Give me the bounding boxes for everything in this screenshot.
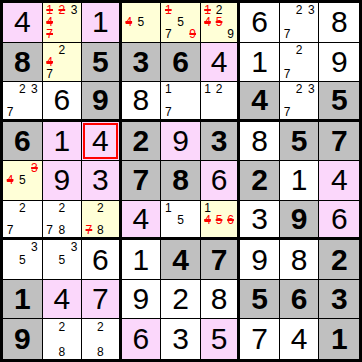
candidate-mark: 2 bbox=[95, 202, 107, 214]
cell-r3c3[interactable]: 9 bbox=[82, 82, 122, 122]
candidate-mark: 7 bbox=[281, 28, 293, 40]
cell-r9c8[interactable]: 4 bbox=[280, 319, 320, 359]
entered-digit: 8 bbox=[133, 85, 150, 115]
candidate-mark: 2 bbox=[56, 320, 68, 333]
candidate-mark: 1 bbox=[162, 83, 174, 95]
candidate-mark: 5 bbox=[16, 174, 28, 186]
entered-digit: 8 bbox=[251, 126, 268, 156]
given-digit: 3 bbox=[133, 47, 150, 77]
candidate-grid: 1456 bbox=[202, 202, 237, 237]
cell-r8c8[interactable]: 6 bbox=[280, 280, 320, 320]
entered-digit: 9 bbox=[133, 284, 150, 314]
candidate-mark: 2 bbox=[56, 202, 68, 214]
entered-digit: 4 bbox=[53, 284, 70, 314]
entered-digit: 1 bbox=[251, 47, 268, 77]
candidate-mark: 5 bbox=[174, 16, 186, 28]
candidate-mark: 2 bbox=[95, 320, 107, 333]
candidate-grid: 12459 bbox=[202, 4, 237, 41]
candidate-mark: 7 bbox=[162, 106, 174, 118]
entered-digit: 4 bbox=[133, 204, 150, 234]
given-digit: 2 bbox=[251, 165, 268, 195]
candidate-mark: 2 bbox=[56, 4, 68, 16]
cell-r4c6[interactable]: 3 bbox=[201, 122, 241, 162]
candidate-grid: 237 bbox=[4, 83, 41, 118]
candidate-grid: 247 bbox=[44, 44, 81, 81]
cell-r1c5[interactable]: 1579 bbox=[161, 3, 201, 43]
cell-r9c1[interactable]: 9 bbox=[3, 319, 43, 359]
cell-r3c6[interactable]: 12 bbox=[201, 82, 241, 122]
candidate-grid: 28 bbox=[83, 320, 118, 358]
given-digit: 2 bbox=[133, 126, 150, 156]
candidate-mark: 7 bbox=[4, 224, 16, 236]
cell-r7c8[interactable]: 8 bbox=[280, 240, 320, 280]
candidate-mark: 3 bbox=[68, 4, 80, 16]
cell-r2c5[interactable]: 6 bbox=[161, 43, 201, 83]
candidate-mark: 1 bbox=[202, 202, 214, 214]
cell-r3c9[interactable]: 5 bbox=[319, 82, 359, 122]
cell-r7c7[interactable]: 9 bbox=[240, 240, 280, 280]
given-digit: 2 bbox=[331, 245, 348, 275]
cell-r8c6[interactable]: 8 bbox=[201, 280, 241, 320]
candidate-mark: 8 bbox=[95, 224, 107, 236]
cell-r9c5[interactable]: 3 bbox=[161, 319, 201, 359]
cell-r7c2[interactable]: 35 bbox=[43, 240, 83, 280]
given-digit: 9 bbox=[291, 204, 308, 234]
entered-digit: 1 bbox=[133, 245, 150, 275]
candidate-mark: 1 bbox=[202, 83, 214, 95]
entered-digit: 4 bbox=[211, 47, 228, 77]
candidate-mark: 7 bbox=[44, 28, 56, 40]
candidate-mark: 7 bbox=[44, 68, 56, 80]
candidate-grid: 278 bbox=[83, 202, 118, 237]
candidate-mark: 4 bbox=[202, 16, 214, 28]
given-digit: 6 bbox=[172, 47, 189, 77]
cell-r1c4[interactable]: 45 bbox=[122, 3, 162, 43]
candidate-mark: 3 bbox=[28, 241, 40, 253]
cell-r5c2[interactable]: 9 bbox=[43, 161, 83, 201]
candidate-mark: 7 bbox=[83, 224, 95, 236]
candidate-mark: 5 bbox=[213, 16, 225, 28]
candidate-mark: 3 bbox=[68, 241, 80, 253]
given-digit: 6 bbox=[14, 126, 31, 156]
candidate-mark: 3 bbox=[28, 162, 40, 174]
entered-digit: 3 bbox=[92, 165, 109, 195]
cell-r4c1[interactable]: 6 bbox=[3, 122, 43, 162]
cell-r3c4[interactable]: 8 bbox=[122, 82, 162, 122]
given-digit: 3 bbox=[211, 126, 228, 156]
candidate-mark: 8 bbox=[56, 224, 68, 236]
candidate-grid: 278 bbox=[44, 202, 81, 237]
candidate-mark: 5 bbox=[135, 16, 147, 28]
cell-r1c3[interactable]: 1 bbox=[82, 3, 122, 43]
cell-r9c9[interactable]: 1 bbox=[319, 319, 359, 359]
cell-r2c4[interactable]: 3 bbox=[122, 43, 162, 83]
entered-digit: 7 bbox=[92, 284, 109, 314]
candidate-mark: 4 bbox=[123, 16, 135, 28]
entered-digit: 3 bbox=[172, 324, 189, 354]
entered-digit: 1 bbox=[92, 7, 109, 37]
cell-r4c3[interactable]: 4 bbox=[82, 122, 122, 162]
cell-r6c2[interactable]: 278 bbox=[43, 201, 83, 241]
cell-r5c7[interactable]: 2 bbox=[240, 161, 280, 201]
cell-r5c3[interactable]: 3 bbox=[82, 161, 122, 201]
cell-r2c3[interactable]: 5 bbox=[82, 43, 122, 83]
entered-digit: 4 bbox=[14, 7, 31, 37]
cell-r8c1[interactable]: 1 bbox=[3, 280, 43, 320]
cell-r3c1[interactable]: 237 bbox=[3, 82, 43, 122]
candidate-grid: 35 bbox=[44, 241, 81, 278]
cell-r3c7[interactable]: 4 bbox=[240, 82, 280, 122]
given-digit: 7 bbox=[133, 165, 150, 195]
entered-digit: 1 bbox=[53, 126, 70, 156]
entered-digit: 2 bbox=[172, 284, 189, 314]
candidate-grid: 12347 bbox=[44, 4, 81, 41]
candidate-mark: 7 bbox=[44, 224, 56, 236]
cell-r8c9[interactable]: 3 bbox=[319, 280, 359, 320]
cell-r5c5[interactable]: 8 bbox=[161, 161, 201, 201]
cell-r4c8[interactable]: 5 bbox=[280, 122, 320, 162]
cell-r1c6[interactable]: 12459 bbox=[201, 3, 241, 43]
entered-digit: 6 bbox=[92, 245, 109, 275]
cell-r7c9[interactable]: 2 bbox=[319, 240, 359, 280]
candidate-mark: 6 bbox=[225, 214, 237, 226]
cell-r2c6[interactable]: 4 bbox=[201, 43, 241, 83]
candidate-grid: 12 bbox=[202, 83, 237, 118]
candidate-grid: 237 bbox=[281, 83, 318, 118]
candidate-grid: 27 bbox=[4, 202, 41, 237]
cell-r4c9[interactable]: 7 bbox=[319, 122, 359, 162]
cell-r9c2[interactable]: 28 bbox=[43, 319, 83, 359]
candidate-grid: 237 bbox=[281, 4, 318, 41]
candidate-mark: 2 bbox=[16, 202, 28, 214]
cell-r9c3[interactable]: 28 bbox=[82, 319, 122, 359]
given-digit: 5 bbox=[251, 284, 268, 314]
candidate-mark: 1 bbox=[162, 4, 174, 16]
candidate-mark: 7 bbox=[162, 28, 174, 40]
entered-digit: 8 bbox=[291, 245, 308, 275]
candidate-mark: 2 bbox=[213, 83, 225, 95]
cell-r4c5[interactable]: 9 bbox=[161, 122, 201, 162]
cell-r7c5[interactable]: 4 bbox=[161, 240, 201, 280]
cell-r6c5[interactable]: 15 bbox=[161, 201, 201, 241]
candidate-mark: 5 bbox=[16, 254, 28, 266]
cell-r7c1[interactable]: 35 bbox=[3, 240, 43, 280]
cell-r7c3[interactable]: 6 bbox=[82, 240, 122, 280]
given-digit: 9 bbox=[14, 324, 31, 354]
candidate-grid: 345 bbox=[4, 162, 41, 199]
entered-digit: 9 bbox=[251, 245, 268, 275]
given-digit: 8 bbox=[14, 47, 31, 77]
candidate-mark: 5 bbox=[56, 254, 68, 266]
cell-r2c9[interactable]: 9 bbox=[319, 43, 359, 83]
candidate-mark: 7 bbox=[281, 106, 293, 118]
cell-r5c6[interactable]: 6 bbox=[201, 161, 241, 201]
candidate-mark: 5 bbox=[213, 214, 225, 226]
given-digit: 8 bbox=[172, 165, 189, 195]
candidate-mark: 2 bbox=[293, 83, 305, 95]
entered-digit: 8 bbox=[211, 284, 228, 314]
candidate-mark: 3 bbox=[305, 4, 317, 16]
cell-r6c7[interactable]: 3 bbox=[240, 201, 280, 241]
candidate-mark: 2 bbox=[293, 44, 305, 56]
cell-r4c4[interactable]: 2 bbox=[122, 122, 162, 162]
candidate-grid: 45 bbox=[123, 4, 160, 41]
candidate-mark: 3 bbox=[28, 83, 40, 95]
candidate-mark: 2 bbox=[56, 44, 68, 56]
cell-r9c6[interactable]: 5 bbox=[201, 319, 241, 359]
cell-r2c1[interactable]: 8 bbox=[3, 43, 43, 83]
candidate-mark: 3 bbox=[305, 83, 317, 95]
entered-digit: 6 bbox=[53, 85, 70, 115]
given-digit: 3 bbox=[331, 284, 348, 314]
candidate-grid: 35 bbox=[4, 241, 41, 278]
entered-digit: 7 bbox=[251, 324, 268, 354]
candidate-mark: 1 bbox=[162, 202, 174, 214]
candidate-mark: 4 bbox=[202, 214, 214, 226]
given-digit: 5 bbox=[331, 85, 348, 115]
entered-digit: 6 bbox=[133, 324, 150, 354]
entered-digit: 6 bbox=[211, 165, 228, 195]
cell-r2c8[interactable]: 27 bbox=[280, 43, 320, 83]
given-digit: 4 bbox=[172, 245, 189, 275]
entered-digit: 8 bbox=[331, 7, 348, 37]
given-digit: 7 bbox=[331, 126, 348, 156]
cell-r1c7[interactable]: 6 bbox=[240, 3, 280, 43]
cell-r6c6[interactable]: 1456 bbox=[201, 201, 241, 241]
cell-r1c2[interactable]: 12347 bbox=[43, 3, 83, 43]
cell-r5c4[interactable]: 7 bbox=[122, 161, 162, 201]
entered-digit: 4 bbox=[291, 324, 308, 354]
candidate-mark: 5 bbox=[174, 214, 186, 226]
cell-r2c2[interactable]: 247 bbox=[43, 43, 83, 83]
given-digit: 4 bbox=[251, 85, 268, 115]
entered-digit: 1 bbox=[291, 165, 308, 195]
given-digit: 5 bbox=[291, 126, 308, 156]
candidate-mark: 7 bbox=[281, 68, 293, 80]
cell-r6c4[interactable]: 4 bbox=[122, 201, 162, 241]
candidate-grid: 15 bbox=[162, 202, 199, 237]
given-digit: 5 bbox=[92, 47, 109, 77]
entered-digit: 6 bbox=[331, 204, 348, 234]
cell-r5c9[interactable]: 4 bbox=[319, 161, 359, 201]
candidate-mark: 2 bbox=[293, 4, 305, 16]
cell-r8c2[interactable]: 4 bbox=[43, 280, 83, 320]
cell-r6c1[interactable]: 27 bbox=[3, 201, 43, 241]
cell-r6c8[interactable]: 9 bbox=[280, 201, 320, 241]
cell-r3c2[interactable]: 6 bbox=[43, 82, 83, 122]
cell-r8c5[interactable]: 2 bbox=[161, 280, 201, 320]
candidate-mark: 8 bbox=[56, 345, 68, 358]
cell-r7c4[interactable]: 1 bbox=[122, 240, 162, 280]
cell-r7c6[interactable]: 7 bbox=[201, 240, 241, 280]
candidate-mark: 8 bbox=[95, 345, 107, 358]
cell-r4c2[interactable]: 1 bbox=[43, 122, 83, 162]
given-digit: 1 bbox=[14, 284, 31, 314]
candidate-grid: 17 bbox=[162, 83, 199, 118]
entered-digit: 9 bbox=[331, 47, 348, 77]
cell-r3c8[interactable]: 237 bbox=[280, 82, 320, 122]
candidate-grid: 27 bbox=[281, 44, 318, 81]
candidate-mark: 4 bbox=[4, 174, 16, 186]
given-digit: 6 bbox=[291, 284, 308, 314]
entered-digit: 4 bbox=[92, 126, 109, 156]
candidate-mark: 2 bbox=[16, 83, 28, 95]
given-digit: 7 bbox=[211, 245, 228, 275]
entered-digit: 3 bbox=[251, 204, 268, 234]
cell-r1c9[interactable]: 8 bbox=[319, 3, 359, 43]
entered-digit: 9 bbox=[53, 165, 70, 195]
candidate-mark: 9 bbox=[187, 28, 199, 40]
cell-r1c8[interactable]: 237 bbox=[280, 3, 320, 43]
cell-r4c7[interactable]: 8 bbox=[240, 122, 280, 162]
given-digit: 9 bbox=[92, 85, 109, 115]
cell-r5c1[interactable]: 345 bbox=[3, 161, 43, 201]
cell-r9c4[interactable]: 6 bbox=[122, 319, 162, 359]
candidate-mark: 9 bbox=[225, 28, 237, 40]
cell-r3c5[interactable]: 17 bbox=[161, 82, 201, 122]
entered-digit: 5 bbox=[211, 324, 228, 354]
sudoku-board: 4123471451579124596237882475364127923769… bbox=[0, 0, 362, 362]
cell-r8c3[interactable]: 7 bbox=[82, 280, 122, 320]
candidate-grid: 28 bbox=[44, 320, 81, 358]
cell-r2c7[interactable]: 1 bbox=[240, 43, 280, 83]
cell-r6c9[interactable]: 6 bbox=[319, 201, 359, 241]
cell-r8c7[interactable]: 5 bbox=[240, 280, 280, 320]
cell-r9c7[interactable]: 7 bbox=[240, 319, 280, 359]
entered-digit: 9 bbox=[172, 126, 189, 156]
candidate-grid: 1579 bbox=[162, 4, 199, 41]
cell-r6c3[interactable]: 278 bbox=[82, 201, 122, 241]
entered-digit: 4 bbox=[331, 165, 348, 195]
cell-r8c4[interactable]: 9 bbox=[122, 280, 162, 320]
entered-digit: 6 bbox=[251, 7, 268, 37]
cell-r1c1[interactable]: 4 bbox=[3, 3, 43, 43]
cell-r5c8[interactable]: 1 bbox=[280, 161, 320, 201]
given-digit: 1 bbox=[331, 324, 348, 354]
candidate-mark: 7 bbox=[4, 106, 16, 118]
